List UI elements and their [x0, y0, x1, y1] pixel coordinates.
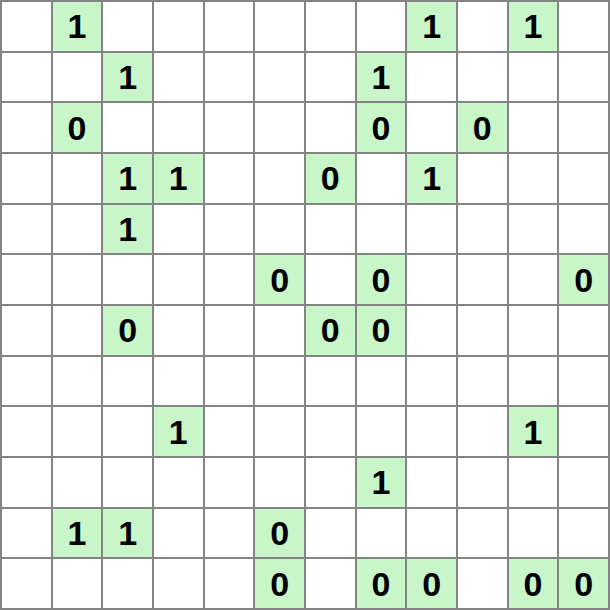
cell-r11c3[interactable] [154, 559, 203, 608]
cell-r3c9[interactable] [458, 154, 507, 203]
cell-r7c5[interactable] [255, 357, 304, 406]
cell-r7c8[interactable] [407, 357, 456, 406]
cell-r5c7-given: 0 [357, 255, 406, 304]
cell-r5c2[interactable] [103, 255, 152, 304]
cell-r7c3[interactable] [154, 357, 203, 406]
cell-r11c9[interactable] [458, 559, 507, 608]
cell-r6c0[interactable] [2, 306, 51, 355]
cell-r6c6-given: 0 [306, 306, 355, 355]
cell-r11c0[interactable] [2, 559, 51, 608]
cell-r10c8[interactable] [407, 509, 456, 558]
cell-r7c10[interactable] [509, 357, 558, 406]
cell-r6c9[interactable] [458, 306, 507, 355]
cell-r6c3[interactable] [154, 306, 203, 355]
cell-r0c6[interactable] [306, 2, 355, 51]
cell-r6c5[interactable] [255, 306, 304, 355]
cell-r9c2[interactable] [103, 458, 152, 507]
cell-r4c1[interactable] [53, 205, 102, 254]
cell-r11c7-given: 0 [357, 559, 406, 608]
cell-r3c5[interactable] [255, 154, 304, 203]
cell-r6c8[interactable] [407, 306, 456, 355]
cell-r10c6[interactable] [306, 509, 355, 558]
cell-r4c11[interactable] [559, 205, 608, 254]
cell-r11c6[interactable] [306, 559, 355, 608]
cell-r5c1[interactable] [53, 255, 102, 304]
cell-r1c4[interactable] [205, 53, 254, 102]
cell-r4c9[interactable] [458, 205, 507, 254]
puzzle-page: 111110001101100000011111000000 [0, 0, 610, 610]
cell-r5c0[interactable] [2, 255, 51, 304]
cell-r11c8-given: 0 [407, 559, 456, 608]
cell-r0c10-given: 1 [509, 2, 558, 51]
cell-r8c6[interactable] [306, 407, 355, 456]
cell-r0c11[interactable] [559, 2, 608, 51]
cell-r1c9[interactable] [458, 53, 507, 102]
cell-r5c6[interactable] [306, 255, 355, 304]
cell-r6c11[interactable] [559, 306, 608, 355]
cell-r7c7[interactable] [357, 357, 406, 406]
cell-r11c1[interactable] [53, 559, 102, 608]
cell-r8c0[interactable] [2, 407, 51, 456]
cell-r11c11-given: 0 [559, 559, 608, 608]
cell-r8c8[interactable] [407, 407, 456, 456]
cell-r5c4[interactable] [205, 255, 254, 304]
cell-r2c4[interactable] [205, 103, 254, 152]
cell-r8c10-given: 1 [509, 407, 558, 456]
cell-r7c9[interactable] [458, 357, 507, 406]
cell-r9c10[interactable] [509, 458, 558, 507]
cell-r8c1[interactable] [53, 407, 102, 456]
cell-r9c5[interactable] [255, 458, 304, 507]
cell-r8c7[interactable] [357, 407, 406, 456]
cell-r4c10[interactable] [509, 205, 558, 254]
cell-r9c8[interactable] [407, 458, 456, 507]
cell-r10c0[interactable] [2, 509, 51, 558]
cell-r11c5-given: 0 [255, 559, 304, 608]
cell-r5c11-given: 0 [559, 255, 608, 304]
cell-r1c6[interactable] [306, 53, 355, 102]
cell-r4c8[interactable] [407, 205, 456, 254]
cell-r3c7[interactable] [357, 154, 406, 203]
cell-r2c5[interactable] [255, 103, 304, 152]
cell-r2c9-given: 0 [458, 103, 507, 152]
cell-r4c4[interactable] [205, 205, 254, 254]
cell-r11c4[interactable] [205, 559, 254, 608]
cell-r5c8[interactable] [407, 255, 456, 304]
cell-r9c9[interactable] [458, 458, 507, 507]
cell-r6c10[interactable] [509, 306, 558, 355]
cell-r6c7-given: 0 [357, 306, 406, 355]
cell-r0c9[interactable] [458, 2, 507, 51]
cell-r2c1-given: 0 [53, 103, 102, 152]
cell-r5c5-given: 0 [255, 255, 304, 304]
cell-r9c6[interactable] [306, 458, 355, 507]
cell-r8c5[interactable] [255, 407, 304, 456]
cell-r4c5[interactable] [255, 205, 304, 254]
cell-r1c1[interactable] [53, 53, 102, 102]
cell-r1c10[interactable] [509, 53, 558, 102]
cell-r2c3[interactable] [154, 103, 203, 152]
cell-r3c10[interactable] [509, 154, 558, 203]
cell-r11c10-given: 0 [509, 559, 558, 608]
cell-r9c0[interactable] [2, 458, 51, 507]
cell-r5c10[interactable] [509, 255, 558, 304]
cell-r10c1-given: 1 [53, 509, 102, 558]
cell-r2c10[interactable] [509, 103, 558, 152]
cell-r1c2-given: 1 [103, 53, 152, 102]
cell-r10c5-given: 0 [255, 509, 304, 558]
cell-r2c11[interactable] [559, 103, 608, 152]
cell-r10c4[interactable] [205, 509, 254, 558]
cell-r10c9[interactable] [458, 509, 507, 558]
cell-r9c1[interactable] [53, 458, 102, 507]
cell-r2c7-given: 0 [357, 103, 406, 152]
cell-r2c2[interactable] [103, 103, 152, 152]
cell-r4c2-given: 1 [103, 205, 152, 254]
cell-r0c1-given: 1 [53, 2, 102, 51]
cell-r2c8[interactable] [407, 103, 456, 152]
cell-r2c6[interactable] [306, 103, 355, 152]
cell-r0c4[interactable] [205, 2, 254, 51]
cell-r0c2[interactable] [103, 2, 152, 51]
cell-r0c0[interactable] [2, 2, 51, 51]
cell-r1c8[interactable] [407, 53, 456, 102]
cell-r2c0[interactable] [2, 103, 51, 152]
cell-r3c2-given: 1 [103, 154, 152, 203]
cell-r7c6[interactable] [306, 357, 355, 406]
cell-r4c6[interactable] [306, 205, 355, 254]
cell-r7c2[interactable] [103, 357, 152, 406]
cell-r10c11[interactable] [559, 509, 608, 558]
cell-r9c3[interactable] [154, 458, 203, 507]
cell-r7c11[interactable] [559, 357, 608, 406]
cell-r3c3-given: 1 [154, 154, 203, 203]
cell-r8c3-given: 1 [154, 407, 203, 456]
cell-r10c10[interactable] [509, 509, 558, 558]
binairo-board: 111110001101100000011111000000 [0, 0, 610, 610]
cell-r8c4[interactable] [205, 407, 254, 456]
cell-r6c2-given: 0 [103, 306, 152, 355]
cell-r1c11[interactable] [559, 53, 608, 102]
cell-r0c3[interactable] [154, 2, 203, 51]
cell-r7c4[interactable] [205, 357, 254, 406]
cell-r1c3[interactable] [154, 53, 203, 102]
cell-r3c0[interactable] [2, 154, 51, 203]
cell-r4c0[interactable] [2, 205, 51, 254]
cell-r5c3[interactable] [154, 255, 203, 304]
cell-r0c8-given: 1 [407, 2, 456, 51]
cell-r0c5[interactable] [255, 2, 304, 51]
cell-r3c6-given: 0 [306, 154, 355, 203]
cell-r9c4[interactable] [205, 458, 254, 507]
cell-r11c2[interactable] [103, 559, 152, 608]
cell-r3c4[interactable] [205, 154, 254, 203]
cell-r9c11[interactable] [559, 458, 608, 507]
cell-r1c0[interactable] [2, 53, 51, 102]
cell-r8c11[interactable] [559, 407, 608, 456]
cell-r3c1[interactable] [53, 154, 102, 203]
cell-r9c7-given: 1 [357, 458, 406, 507]
cell-r10c2-given: 1 [103, 509, 152, 558]
cell-r4c3[interactable] [154, 205, 203, 254]
cell-r4c7[interactable] [357, 205, 406, 254]
cell-r8c2[interactable] [103, 407, 152, 456]
cell-r5c9[interactable] [458, 255, 507, 304]
cell-r10c7[interactable] [357, 509, 406, 558]
cell-r8c9[interactable] [458, 407, 507, 456]
cell-r6c1[interactable] [53, 306, 102, 355]
cell-r0c7[interactable] [357, 2, 406, 51]
cell-r10c3[interactable] [154, 509, 203, 558]
cell-r3c8-given: 1 [407, 154, 456, 203]
cell-r7c1[interactable] [53, 357, 102, 406]
cell-r1c7-given: 1 [357, 53, 406, 102]
cell-r3c11[interactable] [559, 154, 608, 203]
cell-r7c0[interactable] [2, 357, 51, 406]
cell-r1c5[interactable] [255, 53, 304, 102]
cell-r6c4[interactable] [205, 306, 254, 355]
